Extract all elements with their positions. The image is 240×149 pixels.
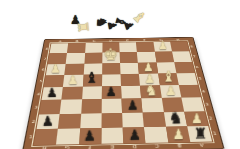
square-f2[interactable] [143,112,166,127]
file-label-g: G [55,145,78,149]
square-e3[interactable]: ♟ [122,98,143,112]
square-h1[interactable]: ♜ [187,126,212,142]
square-d2[interactable] [101,113,122,128]
square-c1[interactable]: ♟ [79,128,102,144]
white-pawn-g1[interactable]: ♟ [172,127,185,141]
white-bishop-g5[interactable]: ♝ [162,70,176,85]
file-label-a: A [190,142,214,148]
rank-label-4: 4 [34,87,43,100]
square-a6[interactable]: ♟ [46,64,66,76]
square-g8[interactable]: ♟ [153,42,172,52]
file-labels-bottom: ABCDEFGH [33,142,214,149]
white-knight-f4[interactable]: ♞ [145,83,158,98]
file-label-f: F [78,145,101,149]
square-b1[interactable] [56,128,79,144]
square-c7[interactable] [84,53,102,64]
square-b2[interactable] [58,113,81,128]
file-label-e: E [101,144,124,149]
file-label-c: C [146,143,169,149]
black-pawn-e3[interactable]: ♟ [126,99,138,112]
file-label-d: D [123,144,146,149]
white-pawn-b5[interactable]: ♟ [67,74,78,86]
white-pawn-g8[interactable]: ♟ [158,40,168,51]
file-label-h: H [33,146,56,149]
square-h6[interactable] [174,62,195,73]
file-label-b: B [168,143,191,149]
square-e6[interactable] [120,63,139,74]
square-a1[interactable] [34,129,58,146]
rank-label-5: 5 [196,73,205,85]
square-d1[interactable] [101,127,123,143]
square-a2[interactable]: ♟ [37,114,60,129]
square-h4[interactable] [179,85,201,98]
square-a8[interactable] [50,43,69,53]
square-c3[interactable] [81,99,102,113]
square-e1[interactable]: ♟ [123,127,146,143]
square-e7[interactable] [120,52,138,63]
board-tilt-wrapper: ABCDEFGH ABCDEFGH 87654321 87654321 ♟♚♟♟… [35,0,205,149]
square-f4[interactable]: ♞ [140,85,161,98]
photo-scene: ♟♜♞♟♝♟♝ ABCDEFGH ABCDEFGH 87654321 87654… [0,0,240,149]
white-pawn-g4[interactable]: ♟ [165,85,176,98]
black-pawn-e1[interactable]: ♟ [128,128,141,142]
square-a4[interactable]: ♟ [42,87,64,100]
white-king-d7[interactable]: ♚ [104,46,119,62]
square-b5[interactable]: ♟ [63,75,83,87]
black-rook-h1[interactable]: ♜ [194,126,208,141]
square-c2[interactable] [80,113,102,128]
square-f1[interactable] [144,127,168,143]
square-e4[interactable] [121,86,141,99]
square-c5[interactable]: ♝ [82,74,101,86]
square-h8[interactable] [170,41,189,51]
square-g4[interactable]: ♟ [159,85,181,98]
chess-board: ABCDEFGH ABCDEFGH 87654321 87654321 ♟♚♟♟… [22,37,225,149]
black-pawn-d4[interactable]: ♟ [106,86,117,99]
square-a3[interactable] [39,100,61,114]
square-d7[interactable]: ♚ [102,52,120,63]
square-c4[interactable] [82,86,102,99]
square-f8[interactable] [136,42,154,52]
rank-label-2: 2 [205,111,215,126]
rank-label-6: 6 [39,64,47,75]
square-b7[interactable] [66,53,85,64]
square-d3[interactable] [101,99,122,113]
black-bishop-c5[interactable]: ♝ [85,71,99,86]
black-pawn-a2[interactable]: ♟ [41,114,53,128]
square-e2[interactable] [122,112,144,127]
square-e5[interactable] [121,74,141,86]
square-b3[interactable] [60,100,82,114]
square-b4[interactable] [62,87,83,100]
square-c8[interactable] [85,43,103,53]
black-pawn-c1[interactable]: ♟ [83,129,96,143]
square-h3[interactable] [181,97,204,111]
square-g2[interactable]: ♞ [163,111,187,126]
square-d4[interactable]: ♟ [102,86,122,99]
black-pawn-a4[interactable]: ♟ [46,87,57,100]
square-d6[interactable] [102,63,121,74]
square-b8[interactable] [67,43,85,53]
white-pawn-a6[interactable]: ♟ [50,63,61,75]
square-f3[interactable] [141,98,163,112]
square-g7[interactable] [154,52,173,63]
white-pawn-h2[interactable]: ♟ [191,112,203,126]
square-h7[interactable] [172,51,192,62]
square-h5[interactable] [176,73,198,85]
square-e8[interactable] [119,42,137,52]
black-knight-g2[interactable]: ♞ [169,110,183,126]
